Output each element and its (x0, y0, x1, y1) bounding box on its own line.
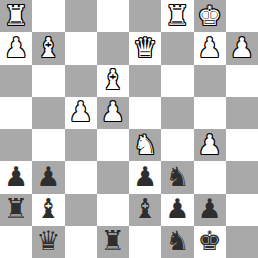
square-a1[interactable] (226, 0, 258, 32)
black-knight[interactable]: ♞ (165, 163, 189, 190)
square-a4[interactable] (226, 97, 258, 129)
square-e2[interactable] (97, 32, 129, 64)
square-g3[interactable] (32, 65, 64, 97)
black-pawn[interactable]: ♟ (4, 163, 28, 190)
chess-board: ♜♜♚♟♝♛♟♟♝♟♟♞♟♟♟♟♞♜♝♝♟♟♛♜♞♚ (0, 0, 258, 258)
white-pawn[interactable]: ♟ (198, 131, 222, 158)
square-e8[interactable]: ♜ (97, 226, 129, 258)
square-h3[interactable] (0, 65, 32, 97)
square-f8[interactable] (65, 226, 97, 258)
square-a8[interactable] (226, 226, 258, 258)
square-a7[interactable] (226, 194, 258, 226)
square-c7[interactable]: ♟ (161, 194, 193, 226)
square-g8[interactable]: ♛ (32, 226, 64, 258)
square-h5[interactable] (0, 129, 32, 161)
square-c1[interactable]: ♜ (161, 0, 193, 32)
square-f1[interactable] (65, 0, 97, 32)
square-h8[interactable] (0, 226, 32, 258)
square-b2[interactable]: ♟ (194, 32, 226, 64)
square-a2[interactable]: ♟ (226, 32, 258, 64)
white-bishop[interactable]: ♝ (36, 34, 60, 61)
square-d1[interactable] (129, 0, 161, 32)
white-rook[interactable]: ♜ (4, 2, 28, 29)
square-h2[interactable]: ♟ (0, 32, 32, 64)
square-e1[interactable] (97, 0, 129, 32)
white-pawn[interactable]: ♟ (4, 34, 28, 61)
white-knight[interactable]: ♞ (133, 131, 157, 158)
black-pawn[interactable]: ♟ (198, 195, 222, 222)
white-king[interactable]: ♚ (198, 2, 222, 29)
square-b1[interactable]: ♚ (194, 0, 226, 32)
black-queen[interactable]: ♛ (36, 227, 60, 254)
square-e4[interactable]: ♟ (97, 97, 129, 129)
black-king[interactable]: ♚ (198, 227, 222, 254)
square-a5[interactable] (226, 129, 258, 161)
square-b5[interactable]: ♟ (194, 129, 226, 161)
black-pawn[interactable]: ♟ (36, 163, 60, 190)
white-rook[interactable]: ♜ (165, 2, 189, 29)
square-b3[interactable] (194, 65, 226, 97)
square-c8[interactable]: ♞ (161, 226, 193, 258)
black-pawn[interactable]: ♟ (133, 163, 157, 190)
black-pawn[interactable]: ♟ (165, 195, 189, 222)
square-h4[interactable] (0, 97, 32, 129)
square-c6[interactable]: ♞ (161, 161, 193, 193)
square-a6[interactable] (226, 161, 258, 193)
square-c4[interactable] (161, 97, 193, 129)
square-f7[interactable] (65, 194, 97, 226)
square-g2[interactable]: ♝ (32, 32, 64, 64)
black-bishop[interactable]: ♝ (36, 195, 60, 222)
black-rook[interactable]: ♜ (101, 227, 125, 254)
black-knight[interactable]: ♞ (165, 227, 189, 254)
square-g4[interactable] (32, 97, 64, 129)
white-pawn[interactable]: ♟ (101, 98, 125, 125)
white-pawn[interactable]: ♟ (198, 34, 222, 61)
square-c2[interactable] (161, 32, 193, 64)
square-f5[interactable] (65, 129, 97, 161)
black-bishop[interactable]: ♝ (133, 195, 157, 222)
square-d5[interactable]: ♞ (129, 129, 161, 161)
square-b7[interactable]: ♟ (194, 194, 226, 226)
square-d4[interactable] (129, 97, 161, 129)
square-f2[interactable] (65, 32, 97, 64)
square-c5[interactable] (161, 129, 193, 161)
white-bishop[interactable]: ♝ (101, 66, 125, 93)
square-e3[interactable]: ♝ (97, 65, 129, 97)
square-b6[interactable] (194, 161, 226, 193)
black-rook[interactable]: ♜ (4, 195, 28, 222)
square-d7[interactable]: ♝ (129, 194, 161, 226)
square-e5[interactable] (97, 129, 129, 161)
square-f6[interactable] (65, 161, 97, 193)
square-g1[interactable] (32, 0, 64, 32)
square-f3[interactable] (65, 65, 97, 97)
white-pawn[interactable]: ♟ (230, 34, 254, 61)
square-a3[interactable] (226, 65, 258, 97)
square-d3[interactable] (129, 65, 161, 97)
square-f4[interactable]: ♟ (65, 97, 97, 129)
square-d8[interactable] (129, 226, 161, 258)
square-d2[interactable]: ♛ (129, 32, 161, 64)
square-c3[interactable] (161, 65, 193, 97)
square-h7[interactable]: ♜ (0, 194, 32, 226)
square-d6[interactable]: ♟ (129, 161, 161, 193)
square-g5[interactable] (32, 129, 64, 161)
square-h6[interactable]: ♟ (0, 161, 32, 193)
square-g6[interactable]: ♟ (32, 161, 64, 193)
square-g7[interactable]: ♝ (32, 194, 64, 226)
square-e7[interactable] (97, 194, 129, 226)
square-b8[interactable]: ♚ (194, 226, 226, 258)
white-pawn[interactable]: ♟ (69, 98, 93, 125)
square-e6[interactable] (97, 161, 129, 193)
square-b4[interactable] (194, 97, 226, 129)
square-h1[interactable]: ♜ (0, 0, 32, 32)
white-queen[interactable]: ♛ (133, 34, 157, 61)
